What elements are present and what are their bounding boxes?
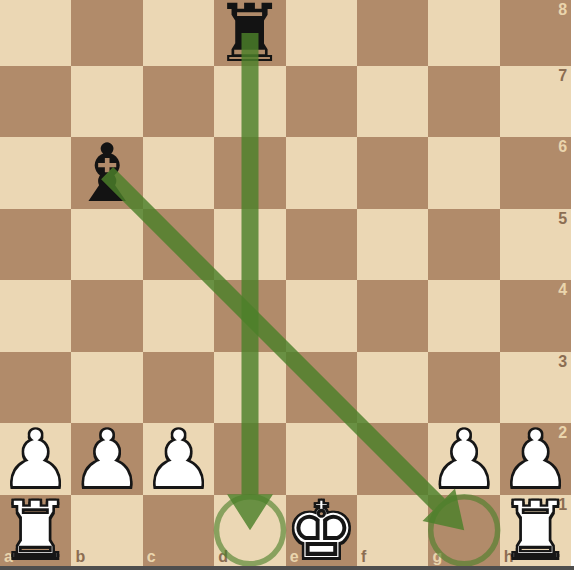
piece-black-rook[interactable]: ♜ <box>214 1 285 67</box>
square-c8[interactable] <box>143 0 214 66</box>
square-b6[interactable]: ♝ <box>71 137 142 208</box>
square-h4[interactable]: 4 <box>500 280 571 351</box>
piece-black-bishop[interactable]: ♝ <box>71 138 142 209</box>
square-c4[interactable] <box>143 280 214 351</box>
file-label-g: g <box>432 549 442 565</box>
piece-white-king[interactable]: ♚ <box>286 496 357 567</box>
square-c5[interactable] <box>143 209 214 280</box>
square-g6[interactable] <box>428 137 499 208</box>
square-e7[interactable] <box>286 66 357 137</box>
chess-board: ♜87♝6543♟♟♟♟2♟a♜bcde♚fg1h♜ <box>0 0 571 566</box>
rank-label-6: 6 <box>558 139 567 155</box>
square-a8[interactable] <box>0 0 71 66</box>
rank-label-4: 4 <box>558 282 567 298</box>
square-a1[interactable]: a♜ <box>0 495 71 566</box>
rank-label-7: 7 <box>558 68 567 84</box>
square-h5[interactable]: 5 <box>500 209 571 280</box>
file-label-d: d <box>218 549 228 565</box>
square-g1[interactable]: g <box>428 495 499 566</box>
square-d8[interactable]: ♜ <box>214 0 285 66</box>
square-g2[interactable]: ♟ <box>428 423 499 494</box>
square-f3[interactable] <box>357 352 428 423</box>
square-g4[interactable] <box>428 280 499 351</box>
square-e4[interactable] <box>286 280 357 351</box>
square-a4[interactable] <box>0 280 71 351</box>
piece-white-pawn[interactable]: ♟ <box>428 424 499 495</box>
square-e5[interactable] <box>286 209 357 280</box>
square-b8[interactable] <box>71 0 142 66</box>
square-e1[interactable]: e♚ <box>286 495 357 566</box>
board-bottom-frame <box>0 566 574 570</box>
square-f2[interactable] <box>357 423 428 494</box>
square-h6[interactable]: 6 <box>500 137 571 208</box>
file-label-c: c <box>147 549 156 565</box>
piece-white-rook[interactable]: ♜ <box>500 496 571 567</box>
file-label-f: f <box>361 549 366 565</box>
square-d2[interactable] <box>214 423 285 494</box>
rank-label-8: 8 <box>558 2 567 18</box>
piece-white-pawn[interactable]: ♟ <box>143 424 214 495</box>
square-h7[interactable]: 7 <box>500 66 571 137</box>
square-d4[interactable] <box>214 280 285 351</box>
square-d5[interactable] <box>214 209 285 280</box>
square-c2[interactable]: ♟ <box>143 423 214 494</box>
square-e8[interactable] <box>286 0 357 66</box>
square-d7[interactable] <box>214 66 285 137</box>
square-a5[interactable] <box>0 209 71 280</box>
piece-white-rook[interactable]: ♜ <box>0 496 71 567</box>
square-b5[interactable] <box>71 209 142 280</box>
square-d6[interactable] <box>214 137 285 208</box>
file-label-b: b <box>75 549 85 565</box>
square-b4[interactable] <box>71 280 142 351</box>
square-b1[interactable]: b <box>71 495 142 566</box>
square-d3[interactable] <box>214 352 285 423</box>
square-e3[interactable] <box>286 352 357 423</box>
square-h8[interactable]: 8 <box>500 0 571 66</box>
chess-board-app: ♜87♝6543♟♟♟♟2♟a♜bcde♚fg1h♜ <box>0 0 574 570</box>
piece-white-pawn[interactable]: ♟ <box>71 424 142 495</box>
square-f8[interactable] <box>357 0 428 66</box>
square-c1[interactable]: c <box>143 495 214 566</box>
square-g7[interactable] <box>428 66 499 137</box>
square-g5[interactable] <box>428 209 499 280</box>
square-a7[interactable] <box>0 66 71 137</box>
square-c6[interactable] <box>143 137 214 208</box>
square-f4[interactable] <box>357 280 428 351</box>
square-g8[interactable] <box>428 0 499 66</box>
square-f1[interactable]: f <box>357 495 428 566</box>
square-f7[interactable] <box>357 66 428 137</box>
rank-label-3: 3 <box>558 354 567 370</box>
square-d1[interactable]: d <box>214 495 285 566</box>
square-f5[interactable] <box>357 209 428 280</box>
square-f6[interactable] <box>357 137 428 208</box>
square-c7[interactable] <box>143 66 214 137</box>
square-b2[interactable]: ♟ <box>71 423 142 494</box>
square-h1[interactable]: 1h♜ <box>500 495 571 566</box>
rank-label-5: 5 <box>558 211 567 227</box>
square-a6[interactable] <box>0 137 71 208</box>
square-e6[interactable] <box>286 137 357 208</box>
